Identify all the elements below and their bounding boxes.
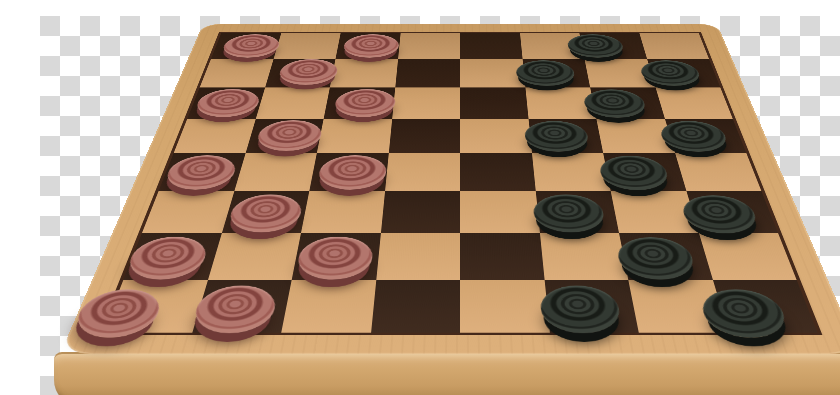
dark-checker-piece[interactable]	[697, 289, 791, 337]
dark-checker-piece[interactable]	[516, 60, 577, 86]
pieces-layer	[102, 33, 817, 333]
red-checker-piece[interactable]	[333, 89, 397, 117]
red-checker-piece[interactable]	[220, 34, 283, 57]
dark-checker-piece[interactable]	[582, 90, 648, 118]
board-photo-stage: checkers (draughts)	[40, 16, 840, 395]
dark-checker-piece[interactable]	[679, 195, 761, 233]
red-checker-piece[interactable]	[69, 289, 166, 337]
red-checker-piece[interactable]	[161, 155, 239, 189]
dark-checker-piece[interactable]	[566, 34, 626, 57]
dark-checker-piece[interactable]	[532, 194, 607, 232]
red-checker-piece[interactable]	[342, 34, 400, 57]
red-checker-piece[interactable]	[189, 285, 280, 333]
red-checker-piece[interactable]	[226, 194, 305, 232]
dark-checker-piece[interactable]	[524, 121, 591, 152]
dark-checker-piece[interactable]	[638, 60, 704, 86]
red-checker-piece[interactable]	[316, 155, 387, 189]
game-caption: checkers (draughts)	[40, 16, 41, 17]
red-checker-piece[interactable]	[294, 237, 374, 279]
red-checker-piece[interactable]	[123, 237, 212, 279]
red-checker-piece[interactable]	[193, 89, 263, 117]
dark-checker-piece[interactable]	[539, 285, 624, 333]
dark-checker-piece[interactable]	[658, 121, 731, 152]
dark-checker-piece[interactable]	[597, 156, 671, 190]
board-front-edge	[54, 352, 840, 395]
red-checker-piece[interactable]	[254, 120, 324, 151]
checkers-board	[60, 24, 840, 354]
dark-checker-piece[interactable]	[614, 237, 698, 280]
playing-area	[98, 32, 823, 335]
red-checker-piece[interactable]	[277, 59, 340, 85]
